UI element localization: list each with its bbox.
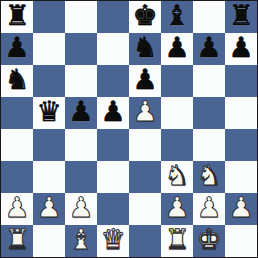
square-h4[interactable] [225, 129, 257, 161]
square-h2[interactable]: ♟ [225, 193, 257, 225]
square-c1[interactable]: ♝ [65, 225, 97, 257]
square-d2[interactable] [97, 193, 129, 225]
white-pawn-piece: ♟ [228, 194, 253, 222]
square-c2[interactable]: ♟ [65, 193, 97, 225]
square-f6[interactable] [161, 65, 193, 97]
square-c6[interactable] [65, 65, 97, 97]
square-a8[interactable]: ♜ [1, 1, 33, 33]
square-b5[interactable]: ♛ [33, 97, 65, 129]
black-bishop-piece: ♝ [164, 2, 189, 30]
square-e8[interactable]: ♚ [129, 1, 161, 33]
black-queen-piece: ♛ [36, 98, 61, 126]
square-e4[interactable] [129, 129, 161, 161]
square-c3[interactable] [65, 161, 97, 193]
white-queen-piece: ♛ [100, 226, 125, 254]
black-pawn-piece: ♟ [228, 34, 253, 62]
square-e3[interactable] [129, 161, 161, 193]
white-pawn-piece: ♟ [164, 194, 189, 222]
square-h8[interactable]: ♜ [225, 1, 257, 33]
black-knight-piece: ♞ [4, 66, 29, 94]
square-h1[interactable] [225, 225, 257, 257]
square-b4[interactable] [33, 129, 65, 161]
black-pawn-piece: ♟ [4, 34, 29, 62]
square-a5[interactable] [1, 97, 33, 129]
square-f8[interactable]: ♝ [161, 1, 193, 33]
square-b6[interactable] [33, 65, 65, 97]
square-g2[interactable]: ♟ [193, 193, 225, 225]
white-pawn-piece: ♟ [196, 194, 221, 222]
square-d7[interactable] [97, 33, 129, 65]
square-a1[interactable]: ♜ [1, 225, 33, 257]
square-c8[interactable] [65, 1, 97, 33]
square-f2[interactable]: ♟ [161, 193, 193, 225]
square-b2[interactable]: ♟ [33, 193, 65, 225]
black-pawn-piece: ♟ [196, 34, 221, 62]
square-c4[interactable] [65, 129, 97, 161]
black-king-piece: ♚ [132, 2, 157, 30]
square-g1[interactable]: ♚ [193, 225, 225, 257]
square-g5[interactable] [193, 97, 225, 129]
square-f3[interactable]: ♞ [161, 161, 193, 193]
black-pawn-piece: ♟ [132, 66, 157, 94]
square-f7[interactable]: ♟ [161, 33, 193, 65]
chess-board: ♜♚♝♜♟♞♟♟♟♞♟♛♟♟♟♞♞♟♟♟♟♟♟♜♝♛♜♚ [0, 0, 258, 258]
square-a4[interactable] [1, 129, 33, 161]
white-pawn-piece: ♟ [4, 194, 29, 222]
square-d8[interactable] [97, 1, 129, 33]
white-knight-piece: ♞ [196, 162, 221, 190]
square-c7[interactable] [65, 33, 97, 65]
square-h7[interactable]: ♟ [225, 33, 257, 65]
black-rook-piece: ♜ [228, 2, 253, 30]
square-b3[interactable] [33, 161, 65, 193]
white-king-piece: ♚ [196, 226, 221, 254]
square-d4[interactable] [97, 129, 129, 161]
square-h5[interactable] [225, 97, 257, 129]
square-g8[interactable] [193, 1, 225, 33]
square-e6[interactable]: ♟ [129, 65, 161, 97]
square-g6[interactable] [193, 65, 225, 97]
square-g4[interactable] [193, 129, 225, 161]
square-b7[interactable] [33, 33, 65, 65]
square-b1[interactable] [33, 225, 65, 257]
white-pawn-piece: ♟ [68, 194, 93, 222]
black-pawn-piece: ♟ [164, 34, 189, 62]
square-g7[interactable]: ♟ [193, 33, 225, 65]
square-e1[interactable] [129, 225, 161, 257]
white-rook-piece: ♜ [4, 226, 29, 254]
square-e7[interactable]: ♞ [129, 33, 161, 65]
square-d5[interactable]: ♟ [97, 97, 129, 129]
black-rook-piece: ♜ [4, 2, 29, 30]
white-pawn-piece: ♟ [36, 194, 61, 222]
square-a7[interactable]: ♟ [1, 33, 33, 65]
square-a6[interactable]: ♞ [1, 65, 33, 97]
square-d3[interactable] [97, 161, 129, 193]
square-e5[interactable]: ♟ [129, 97, 161, 129]
white-rook-piece: ♜ [164, 226, 189, 254]
square-f1[interactable]: ♜ [161, 225, 193, 257]
square-g3[interactable]: ♞ [193, 161, 225, 193]
black-knight-piece: ♞ [132, 34, 157, 62]
square-a2[interactable]: ♟ [1, 193, 33, 225]
square-b8[interactable] [33, 1, 65, 33]
square-d1[interactable]: ♛ [97, 225, 129, 257]
square-e2[interactable] [129, 193, 161, 225]
square-a3[interactable] [1, 161, 33, 193]
black-pawn-piece: ♟ [68, 98, 93, 126]
white-pawn-piece: ♟ [132, 98, 157, 126]
square-d6[interactable] [97, 65, 129, 97]
square-f4[interactable] [161, 129, 193, 161]
black-pawn-piece: ♟ [100, 98, 125, 126]
square-c5[interactable]: ♟ [65, 97, 97, 129]
square-h6[interactable] [225, 65, 257, 97]
white-knight-piece: ♞ [164, 162, 189, 190]
square-h3[interactable] [225, 161, 257, 193]
square-f5[interactable] [161, 97, 193, 129]
white-bishop-piece: ♝ [68, 226, 93, 254]
